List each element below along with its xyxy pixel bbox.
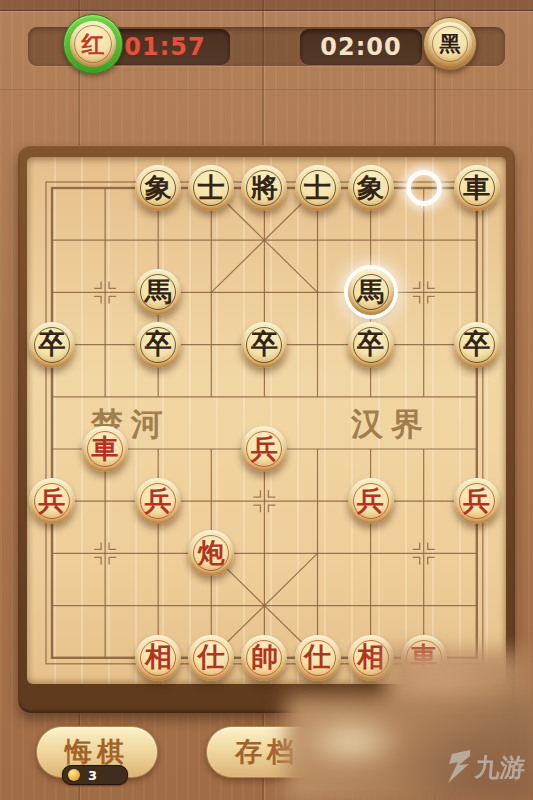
piece-red-兵[interactable]: 兵 [135, 478, 181, 524]
piece-red-車[interactable]: 車 [82, 426, 128, 472]
watermark-text: 九游 [474, 751, 527, 784]
watermark-logo: 九游 [444, 748, 525, 786]
piece-ring [246, 640, 282, 676]
piece-ring [353, 170, 389, 206]
piece-red-炮[interactable]: 炮 [188, 530, 234, 576]
top-edge-strip [0, 0, 533, 11]
piece-ring [300, 640, 336, 676]
piece-black-卒[interactable]: 卒 [454, 322, 500, 368]
red-badge-ring [74, 25, 112, 63]
xiangqi-board[interactable]: 楚河 汉界 象士將士象車馬馬卒卒卒卒卒車兵兵兵兵兵炮相仕帥仕相車 [27, 157, 506, 684]
coin-icon [68, 769, 80, 781]
piece-ring [300, 170, 336, 206]
piece-ring [87, 431, 123, 467]
piece-ring [353, 640, 389, 676]
piece-ring [140, 640, 176, 676]
piece-red-仕[interactable]: 仕 [295, 635, 341, 681]
pieces-layer: 象士將士象車馬馬卒卒卒卒卒車兵兵兵兵兵炮相仕帥仕相車 [27, 157, 506, 684]
watermark-mark-icon [444, 748, 472, 786]
piece-ring [353, 483, 389, 519]
piece-red-兵[interactable]: 兵 [348, 478, 394, 524]
piece-black-卒[interactable]: 卒 [29, 322, 75, 368]
piece-red-兵[interactable]: 兵 [454, 478, 500, 524]
last-move-origin-marker [406, 170, 442, 206]
piece-red-帥[interactable]: 帥 [241, 635, 287, 681]
black-timer: 02:00 [300, 29, 422, 65]
piece-red-仕[interactable]: 仕 [188, 635, 234, 681]
piece-red-兵[interactable]: 兵 [241, 426, 287, 472]
piece-black-士[interactable]: 士 [295, 165, 341, 211]
red-badge-disc: 红 [70, 21, 116, 67]
piece-ring [459, 327, 495, 363]
piece-ring [353, 327, 389, 363]
piece-red-兵[interactable]: 兵 [29, 478, 75, 524]
piece-black-士[interactable]: 士 [188, 165, 234, 211]
red-time-value: 01:57 [124, 33, 205, 61]
black-player-badge: 黑 [423, 17, 477, 71]
piece-ring [193, 640, 229, 676]
piece-black-將[interactable]: 將 [241, 165, 287, 211]
red-player-badge: 红 [63, 14, 123, 74]
piece-black-象[interactable]: 象 [135, 165, 181, 211]
piece-black-馬[interactable]: 馬 [135, 269, 181, 315]
piece-ring [353, 274, 389, 310]
undo-count-value: 3 [88, 768, 97, 783]
piece-ring [246, 327, 282, 363]
piece-ring [459, 170, 495, 206]
piece-black-卒[interactable]: 卒 [348, 322, 394, 368]
piece-black-象[interactable]: 象 [348, 165, 394, 211]
xiangqi-board-frame: 楚河 汉界 象士將士象車馬馬卒卒卒卒卒車兵兵兵兵兵炮相仕帥仕相車 [18, 145, 515, 713]
piece-black-馬[interactable]: 馬 [348, 269, 394, 315]
app-root: 01:57 红 02:00 黑 楚河 汉界 象士將士象車馬馬卒卒卒卒卒車兵兵兵兵… [0, 0, 533, 800]
piece-ring [140, 327, 176, 363]
piece-ring [34, 327, 70, 363]
piece-ring [459, 483, 495, 519]
black-badge-ring [432, 26, 468, 62]
wood-horizontal-seam [0, 89, 533, 90]
piece-black-卒[interactable]: 卒 [241, 322, 287, 368]
piece-ring [34, 483, 70, 519]
black-time-value: 02:00 [320, 33, 401, 61]
piece-black-卒[interactable]: 卒 [135, 322, 181, 368]
black-badge-disc: 黑 [428, 22, 472, 66]
piece-ring [140, 170, 176, 206]
piece-black-車[interactable]: 車 [454, 165, 500, 211]
undo-count-badge: 3 [62, 765, 128, 785]
piece-red-相[interactable]: 相 [135, 635, 181, 681]
